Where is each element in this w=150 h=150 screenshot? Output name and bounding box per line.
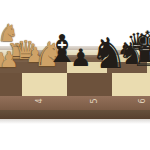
black-rook: ♜ (132, 43, 150, 71)
white-pawn: ♟ (0, 49, 19, 71)
chess-photo-stage: 456 ♞♜♛♟♟♟♞♝♟♟♛♚♞♞♜ (0, 0, 150, 150)
black-pawn: ♟ (70, 46, 92, 70)
pieces-layer: ♞♜♛♟♟♟♞♝♟♟♛♚♞♞♜ (0, 0, 150, 150)
